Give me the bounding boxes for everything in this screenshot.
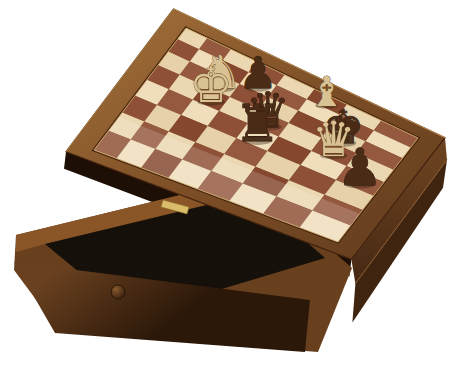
chess-box-scene: ♝♟♞♚♚♛♛♜♟ (0, 0, 449, 380)
piece-black-pawn-h4: ♟ (337, 137, 383, 197)
chess-box-photo: ♝♟♞♚♚♛♛♜♟ (0, 0, 449, 380)
piece-white-king-c5: ♚ (189, 57, 233, 113)
drawer-knob (111, 285, 125, 299)
piece-black-rook-e4: ♜ (234, 93, 280, 153)
